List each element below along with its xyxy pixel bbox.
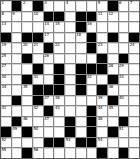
- black-cell: [76, 12, 86, 22]
- white-cell[interactable]: [54, 54, 64, 64]
- white-cell[interactable]: 54: [97, 138, 107, 148]
- black-cell: [97, 64, 107, 74]
- clue-number: 27: [2, 64, 7, 68]
- black-cell: [76, 138, 86, 148]
- clue-number: 6: [119, 1, 121, 5]
- clue-number: 12: [108, 12, 113, 16]
- black-cell: [76, 75, 86, 85]
- white-cell[interactable]: 50: [33, 127, 43, 137]
- white-cell[interactable]: [65, 64, 75, 74]
- clue-number: 21: [34, 43, 39, 47]
- clue-number: 54: [98, 138, 103, 142]
- white-cell[interactable]: 47: [44, 117, 54, 127]
- white-cell[interactable]: [22, 22, 32, 32]
- white-cell[interactable]: 1: [1, 1, 11, 11]
- white-cell[interactable]: 41: [1, 106, 11, 116]
- clue-number: 8: [2, 12, 4, 16]
- clue-number: 15: [55, 22, 60, 26]
- white-cell[interactable]: [119, 33, 129, 43]
- white-cell[interactable]: [54, 33, 64, 43]
- clue-number: 28: [108, 64, 113, 68]
- black-cell: [12, 96, 22, 106]
- black-cell: [44, 85, 54, 95]
- clue-number: 56: [34, 148, 39, 152]
- white-cell[interactable]: 4: [65, 1, 75, 11]
- clue-number: 40: [119, 96, 124, 100]
- black-cell: [97, 148, 107, 158]
- clue-number: 24: [130, 43, 135, 47]
- clue-number: 17: [44, 33, 49, 37]
- clue-number: 3: [44, 1, 46, 5]
- white-cell[interactable]: [1, 117, 11, 127]
- white-cell[interactable]: [108, 54, 118, 64]
- clue-number: 44: [98, 106, 103, 110]
- white-cell[interactable]: [76, 117, 86, 127]
- white-cell[interactable]: 51: [119, 127, 129, 137]
- clue-number: 39: [98, 96, 103, 100]
- white-cell[interactable]: [87, 148, 97, 158]
- white-cell[interactable]: [65, 75, 75, 85]
- clue-number: 48: [98, 117, 103, 121]
- black-cell: [33, 1, 43, 11]
- clue-number: 25: [2, 54, 7, 58]
- white-cell[interactable]: 7: [129, 1, 139, 11]
- clue-number: 45: [108, 106, 113, 110]
- black-cell: [54, 138, 64, 148]
- black-cell: [119, 148, 129, 158]
- white-cell[interactable]: 33: [119, 75, 129, 85]
- white-cell[interactable]: [44, 75, 54, 85]
- black-cell: [33, 64, 43, 74]
- white-cell[interactable]: [22, 96, 32, 106]
- white-cell[interactable]: [12, 138, 22, 148]
- white-cell[interactable]: 45: [108, 106, 118, 116]
- white-cell[interactable]: [129, 106, 139, 116]
- clue-number: 52: [2, 138, 7, 142]
- black-cell: [87, 117, 97, 127]
- black-cell: [65, 117, 75, 127]
- clue-number: 35: [23, 85, 28, 89]
- white-cell[interactable]: 30: [1, 75, 11, 85]
- white-cell[interactable]: 26: [44, 54, 54, 64]
- white-cell[interactable]: [22, 106, 32, 116]
- white-cell[interactable]: [108, 22, 118, 32]
- white-cell[interactable]: [119, 138, 129, 148]
- clue-number: 32: [87, 75, 92, 79]
- black-cell: [33, 85, 43, 95]
- white-cell[interactable]: [12, 54, 22, 64]
- black-cell: [12, 117, 22, 127]
- white-cell[interactable]: [44, 148, 54, 158]
- white-cell[interactable]: [65, 148, 75, 158]
- white-cell[interactable]: [129, 64, 139, 74]
- white-cell[interactable]: [87, 1, 97, 11]
- clue-number: 41: [2, 106, 7, 110]
- black-cell: [22, 148, 32, 158]
- white-cell[interactable]: [119, 12, 129, 22]
- black-cell: [108, 96, 118, 106]
- white-cell[interactable]: 18: [76, 33, 86, 43]
- white-cell[interactable]: [108, 117, 118, 127]
- clue-number: 36: [108, 85, 113, 89]
- white-cell[interactable]: [129, 117, 139, 127]
- white-cell[interactable]: [76, 96, 86, 106]
- white-cell[interactable]: [76, 43, 86, 53]
- white-cell[interactable]: 35: [22, 85, 32, 95]
- black-cell: [12, 1, 22, 11]
- clue-number: 5: [98, 1, 100, 5]
- white-cell[interactable]: [65, 22, 75, 32]
- white-cell[interactable]: [33, 117, 43, 127]
- clue-number: 7: [130, 1, 132, 5]
- white-cell[interactable]: [129, 96, 139, 106]
- white-cell[interactable]: 5: [97, 1, 107, 11]
- white-cell[interactable]: [129, 127, 139, 137]
- white-cell[interactable]: [76, 54, 86, 64]
- white-cell[interactable]: [129, 138, 139, 148]
- white-cell[interactable]: 11: [97, 12, 107, 22]
- clue-number: 11: [98, 12, 103, 16]
- white-cell[interactable]: 52: [1, 138, 11, 148]
- clue-number: 9: [12, 12, 14, 16]
- black-cell: [97, 85, 107, 95]
- black-cell: [54, 85, 64, 95]
- black-cell: [44, 138, 54, 148]
- clue-number: 18: [76, 33, 81, 37]
- white-cell[interactable]: 40: [119, 96, 129, 106]
- white-cell[interactable]: [108, 138, 118, 148]
- black-cell: [108, 1, 118, 11]
- white-cell[interactable]: 25: [1, 54, 11, 64]
- white-cell[interactable]: [33, 138, 43, 148]
- black-cell: [108, 75, 118, 85]
- white-cell[interactable]: [97, 75, 107, 85]
- white-cell[interactable]: 56: [33, 148, 43, 158]
- white-cell[interactable]: [97, 33, 107, 43]
- white-cell[interactable]: 48: [97, 117, 107, 127]
- white-cell[interactable]: [65, 33, 75, 43]
- black-cell: [54, 64, 64, 74]
- black-cell: [44, 43, 54, 53]
- white-cell[interactable]: [44, 64, 54, 74]
- white-cell[interactable]: [65, 43, 75, 53]
- black-cell: [87, 127, 97, 137]
- black-cell: [76, 64, 86, 74]
- white-cell[interactable]: [108, 148, 118, 158]
- white-cell[interactable]: 20: [22, 43, 32, 53]
- white-cell[interactable]: [119, 22, 129, 32]
- white-cell[interactable]: [12, 85, 22, 95]
- white-cell[interactable]: 10: [33, 12, 43, 22]
- white-cell[interactable]: [1, 96, 11, 106]
- white-cell[interactable]: 15: [54, 22, 64, 32]
- white-cell[interactable]: [108, 43, 118, 53]
- black-cell: [87, 43, 97, 53]
- white-cell[interactable]: 9: [12, 12, 22, 22]
- white-cell[interactable]: 17: [44, 33, 54, 43]
- white-cell[interactable]: [65, 85, 75, 95]
- clue-number: 49: [12, 127, 17, 131]
- white-cell[interactable]: [12, 64, 22, 74]
- black-cell: [54, 75, 64, 85]
- clue-number: 46: [23, 117, 28, 121]
- clue-number: 31: [34, 75, 39, 79]
- black-cell: [22, 54, 32, 64]
- clue-number: 19: [2, 43, 7, 47]
- white-cell[interactable]: [129, 22, 139, 32]
- black-cell: [33, 33, 43, 43]
- white-cell[interactable]: [87, 54, 97, 64]
- white-cell[interactable]: 16: [87, 22, 97, 32]
- white-cell[interactable]: 27: [1, 64, 11, 74]
- white-cell[interactable]: [119, 85, 129, 95]
- black-cell: [87, 12, 97, 22]
- black-cell: [119, 54, 129, 64]
- clue-number: 50: [34, 127, 39, 131]
- white-cell[interactable]: [119, 43, 129, 53]
- black-cell: [1, 127, 11, 137]
- black-cell: [76, 22, 86, 32]
- white-cell[interactable]: [97, 127, 107, 137]
- white-cell[interactable]: 28: [108, 64, 118, 74]
- white-cell[interactable]: [129, 54, 139, 64]
- white-cell[interactable]: 34: [1, 85, 11, 95]
- white-cell[interactable]: 23: [97, 43, 107, 53]
- white-cell[interactable]: [12, 22, 22, 32]
- white-cell[interactable]: 46: [22, 117, 32, 127]
- white-cell[interactable]: [76, 127, 86, 137]
- white-cell[interactable]: 2: [22, 1, 32, 11]
- white-cell[interactable]: [22, 64, 32, 74]
- white-cell[interactable]: [87, 85, 97, 95]
- clue-number: 10: [34, 12, 39, 16]
- black-cell: [22, 75, 32, 85]
- white-cell[interactable]: [12, 43, 22, 53]
- white-cell[interactable]: [54, 1, 64, 11]
- white-cell[interactable]: 43: [54, 106, 64, 116]
- white-cell[interactable]: 19: [1, 43, 11, 53]
- clue-number: 29: [119, 64, 124, 68]
- clue-number: 16: [87, 22, 92, 26]
- white-cell[interactable]: 53: [65, 138, 75, 148]
- white-cell[interactable]: [119, 106, 129, 116]
- white-cell[interactable]: [33, 54, 43, 64]
- white-cell[interactable]: 55: [1, 148, 11, 158]
- white-cell[interactable]: 14: [44, 22, 54, 32]
- black-cell: [87, 33, 97, 43]
- black-cell: [76, 85, 86, 95]
- black-cell: [65, 127, 75, 137]
- white-cell[interactable]: [76, 106, 86, 116]
- white-cell[interactable]: [65, 54, 75, 64]
- white-cell[interactable]: [12, 75, 22, 85]
- white-cell[interactable]: [12, 148, 22, 158]
- black-cell: [44, 12, 54, 22]
- white-cell[interactable]: [33, 22, 43, 32]
- black-cell: [22, 33, 32, 43]
- black-cell: [108, 33, 118, 43]
- black-cell: [87, 64, 97, 74]
- white-cell[interactable]: 21: [33, 43, 43, 53]
- white-cell[interactable]: [54, 148, 64, 158]
- black-cell: [87, 106, 97, 116]
- white-cell[interactable]: 32: [87, 75, 97, 85]
- black-cell: [97, 54, 107, 64]
- white-cell[interactable]: [22, 12, 32, 22]
- white-cell[interactable]: 42: [33, 106, 43, 116]
- clue-number: 1: [2, 1, 4, 5]
- white-cell[interactable]: 13: [1, 22, 11, 32]
- white-cell[interactable]: [76, 148, 86, 158]
- white-cell[interactable]: [129, 75, 139, 85]
- white-cell[interactable]: 36: [108, 85, 118, 95]
- white-cell[interactable]: 3: [44, 1, 54, 11]
- clue-number: 55: [2, 148, 7, 152]
- clue-number: 2: [23, 1, 25, 5]
- clue-number: 26: [44, 54, 49, 58]
- white-cell[interactable]: 6: [119, 1, 129, 11]
- white-cell[interactable]: [129, 148, 139, 158]
- clue-number: 34: [2, 85, 7, 89]
- clue-number: 33: [119, 75, 124, 79]
- white-cell[interactable]: 38: [54, 96, 64, 106]
- clue-number: 38: [55, 96, 60, 100]
- white-cell[interactable]: [76, 1, 86, 11]
- white-cell[interactable]: [65, 106, 75, 116]
- black-cell: [54, 12, 64, 22]
- white-cell[interactable]: [65, 12, 75, 22]
- clue-number: 53: [66, 138, 71, 142]
- white-cell[interactable]: 37: [44, 96, 54, 106]
- clue-number: 47: [44, 117, 49, 121]
- white-cell[interactable]: [54, 127, 64, 137]
- white-cell[interactable]: [97, 22, 107, 32]
- clue-number: 22: [55, 43, 60, 47]
- clue-number: 43: [55, 106, 60, 110]
- white-cell[interactable]: [44, 127, 54, 137]
- white-cell[interactable]: 44: [97, 106, 107, 116]
- crossword-grid: 1234567891011121314151617181920212223242…: [0, 0, 140, 159]
- clue-number: 4: [66, 1, 68, 5]
- black-cell: [1, 33, 11, 43]
- black-cell: [87, 138, 97, 148]
- black-cell: [33, 96, 43, 106]
- white-cell[interactable]: [65, 96, 75, 106]
- black-cell: [22, 127, 32, 137]
- white-cell[interactable]: [129, 85, 139, 95]
- white-cell[interactable]: 24: [129, 43, 139, 53]
- clue-number: 51: [119, 127, 124, 131]
- clue-number: 23: [98, 43, 103, 47]
- black-cell: [44, 106, 54, 116]
- clue-number: 20: [23, 43, 28, 47]
- black-cell: [108, 127, 118, 137]
- white-cell[interactable]: 8: [1, 12, 11, 22]
- white-cell[interactable]: [12, 33, 22, 43]
- white-cell[interactable]: [129, 12, 139, 22]
- crossword-page: 1234567891011121314151617181920212223242…: [0, 0, 140, 159]
- white-cell[interactable]: [22, 138, 32, 148]
- white-cell[interactable]: [12, 106, 22, 116]
- clue-number: 42: [34, 106, 39, 110]
- clue-number: 14: [44, 22, 49, 26]
- white-cell[interactable]: [54, 117, 64, 127]
- white-cell[interactable]: 29: [119, 64, 129, 74]
- clue-number: 37: [44, 96, 49, 100]
- white-cell[interactable]: 49: [12, 127, 22, 137]
- black-cell: [129, 33, 139, 43]
- white-cell[interactable]: 39: [97, 96, 107, 106]
- white-cell[interactable]: 12: [108, 12, 118, 22]
- clue-number: 30: [2, 75, 7, 79]
- white-cell[interactable]: [87, 96, 97, 106]
- white-cell[interactable]: 31: [33, 75, 43, 85]
- black-cell: [119, 117, 129, 127]
- clue-number: 13: [2, 22, 7, 26]
- white-cell[interactable]: 22: [54, 43, 64, 53]
